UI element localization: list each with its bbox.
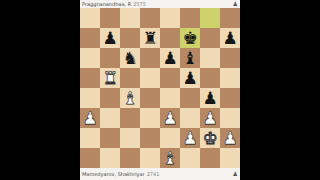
square-b7[interactable]: ♟ <box>100 28 120 48</box>
white-p-f2: ♟ <box>180 128 200 148</box>
black-player-icon: ♟ <box>233 1 238 7</box>
white-b-c4: ♝ <box>120 88 140 108</box>
video-frame: Praggnanandhaa, R 2575 ♟ ♟♜♚♟♞♟♝♜♟♝♟♟♟♟♟… <box>0 0 320 180</box>
square-c2[interactable] <box>120 128 140 148</box>
white-p-a3: ♟ <box>80 108 100 128</box>
black-k-f7: ♚ <box>180 28 200 48</box>
square-c6[interactable]: ♞ <box>120 48 140 68</box>
square-c5[interactable] <box>120 68 140 88</box>
square-b6[interactable] <box>100 48 120 68</box>
square-f1[interactable] <box>180 148 200 168</box>
square-d1[interactable] <box>140 148 160 168</box>
square-h1[interactable] <box>220 148 240 168</box>
square-g3[interactable]: ♟ <box>200 108 220 128</box>
square-f8[interactable] <box>180 8 200 28</box>
chess-board[interactable]: ♟♜♚♟♞♟♝♜♟♝♟♟♟♟♟♚♟♝ <box>80 8 240 168</box>
square-e1[interactable]: ♝ <box>160 148 180 168</box>
square-f3[interactable] <box>180 108 200 128</box>
black-p-h7: ♟ <box>220 28 240 48</box>
bottom-player-rating: 2741 <box>147 171 160 177</box>
square-e5[interactable] <box>160 68 180 88</box>
square-g4[interactable]: ♟ <box>200 88 220 108</box>
square-h5[interactable] <box>220 68 240 88</box>
square-a2[interactable] <box>80 128 100 148</box>
square-b3[interactable] <box>100 108 120 128</box>
square-f7[interactable]: ♚ <box>180 28 200 48</box>
square-g7[interactable] <box>200 28 220 48</box>
square-b5[interactable]: ♜ <box>100 68 120 88</box>
square-b2[interactable] <box>100 128 120 148</box>
white-k-g2: ♚ <box>200 128 220 148</box>
square-b4[interactable] <box>100 88 120 108</box>
square-g2[interactable]: ♚ <box>200 128 220 148</box>
square-c7[interactable] <box>120 28 140 48</box>
black-p-g4: ♟ <box>200 88 220 108</box>
white-b-e1: ♝ <box>160 148 180 168</box>
square-d3[interactable] <box>140 108 160 128</box>
square-d4[interactable] <box>140 88 160 108</box>
square-h4[interactable] <box>220 88 240 108</box>
bottom-player-name: Mamedyarov, Shakhriyar <box>82 171 145 177</box>
square-h2[interactable]: ♟ <box>220 128 240 148</box>
square-b1[interactable] <box>100 148 120 168</box>
square-a7[interactable] <box>80 28 100 48</box>
square-g1[interactable] <box>200 148 220 168</box>
square-d2[interactable] <box>140 128 160 148</box>
square-h6[interactable] <box>220 48 240 68</box>
square-h8[interactable] <box>220 8 240 28</box>
square-c8[interactable] <box>120 8 140 28</box>
square-f5[interactable]: ♟ <box>180 68 200 88</box>
square-g6[interactable] <box>200 48 220 68</box>
white-r-b5: ♜ <box>100 68 120 88</box>
square-e3[interactable]: ♟ <box>160 108 180 128</box>
square-d7[interactable]: ♜ <box>140 28 160 48</box>
square-f4[interactable] <box>180 88 200 108</box>
square-d5[interactable] <box>140 68 160 88</box>
square-h7[interactable]: ♟ <box>220 28 240 48</box>
black-n-c6: ♞ <box>120 48 140 68</box>
square-g8[interactable] <box>200 8 220 28</box>
square-e4[interactable] <box>160 88 180 108</box>
top-player-bar: Praggnanandhaa, R 2575 ♟ <box>80 0 240 8</box>
bottom-player-bar: Mamedyarov, Shakhriyar 2741 ♟ <box>80 168 240 180</box>
square-c4[interactable]: ♝ <box>120 88 140 108</box>
white-p-e3: ♟ <box>160 108 180 128</box>
white-player-icon: ♟ <box>233 171 238 177</box>
square-a6[interactable] <box>80 48 100 68</box>
black-p-b7: ♟ <box>100 28 120 48</box>
square-a1[interactable] <box>80 148 100 168</box>
black-b-f6: ♝ <box>180 48 200 68</box>
square-f6[interactable]: ♝ <box>180 48 200 68</box>
top-player-rating: 2575 <box>133 1 146 7</box>
square-c3[interactable] <box>120 108 140 128</box>
chess-embed: Praggnanandhaa, R 2575 ♟ ♟♜♚♟♞♟♝♜♟♝♟♟♟♟♟… <box>80 0 240 180</box>
square-c1[interactable] <box>120 148 140 168</box>
square-a4[interactable] <box>80 88 100 108</box>
square-d8[interactable] <box>140 8 160 28</box>
top-player-name: Praggnanandhaa, R <box>82 1 131 7</box>
square-e2[interactable] <box>160 128 180 148</box>
white-p-g3: ♟ <box>200 108 220 128</box>
square-a8[interactable] <box>80 8 100 28</box>
black-p-f5: ♟ <box>180 68 200 88</box>
square-e6[interactable]: ♟ <box>160 48 180 68</box>
square-e8[interactable] <box>160 8 180 28</box>
black-r-d7: ♜ <box>140 28 160 48</box>
square-f2[interactable]: ♟ <box>180 128 200 148</box>
square-g5[interactable] <box>200 68 220 88</box>
square-d6[interactable] <box>140 48 160 68</box>
square-h3[interactable] <box>220 108 240 128</box>
square-a5[interactable] <box>80 68 100 88</box>
black-p-e6: ♟ <box>160 48 180 68</box>
square-b8[interactable] <box>100 8 120 28</box>
square-e7[interactable] <box>160 28 180 48</box>
square-a3[interactable]: ♟ <box>80 108 100 128</box>
white-p-h2: ♟ <box>220 128 240 148</box>
